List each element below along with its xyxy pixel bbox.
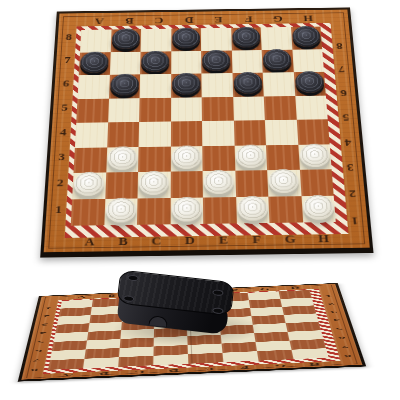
- folded-square: [188, 353, 223, 364]
- square-f1[interactable]: [236, 196, 270, 223]
- square-d4[interactable]: [170, 121, 202, 146]
- coordinate-label: B: [114, 15, 144, 26]
- coordinate-label: 3: [345, 148, 354, 174]
- square-b2[interactable]: [105, 172, 138, 198]
- coordinate-label: 4: [59, 126, 67, 151]
- square-d5[interactable]: [171, 97, 202, 122]
- square-f8[interactable]: [231, 27, 262, 50]
- square-e1[interactable]: [203, 197, 236, 224]
- coordinate-label: 8: [31, 362, 40, 372]
- square-g7[interactable]: [262, 49, 294, 72]
- square-b1[interactable]: [104, 198, 138, 225]
- square-h8[interactable]: [291, 27, 323, 50]
- square-g5[interactable]: [264, 96, 297, 121]
- square-e7[interactable]: [201, 50, 232, 73]
- square-c8[interactable]: [141, 29, 171, 52]
- black-checker-d8[interactable]: [172, 28, 200, 49]
- white-checker-f3[interactable]: [235, 144, 265, 168]
- case-thumb-notch: [148, 315, 168, 327]
- square-d8[interactable]: [171, 28, 201, 51]
- black-checker-f8[interactable]: [232, 27, 260, 48]
- coordinate-label: G: [263, 13, 293, 24]
- square-b4[interactable]: [107, 122, 139, 147]
- coordinate-label: 6: [35, 344, 44, 353]
- white-checker-b1[interactable]: [105, 197, 136, 222]
- coordinate-label: 5: [60, 102, 68, 127]
- square-c5[interactable]: [139, 97, 171, 122]
- black-checker-b8[interactable]: [112, 28, 140, 49]
- square-h3[interactable]: [298, 144, 332, 170]
- square-g6[interactable]: [263, 72, 295, 96]
- white-checker-h3[interactable]: [299, 143, 330, 167]
- black-checker-a7[interactable]: [80, 51, 109, 72]
- square-a2[interactable]: [72, 172, 106, 199]
- coordinate-label: 8: [65, 32, 73, 55]
- coordinate-label: C: [144, 15, 174, 26]
- coordinate-label: 7: [63, 55, 71, 78]
- square-c1[interactable]: [137, 198, 170, 225]
- square-d7[interactable]: [171, 51, 202, 74]
- square-e6[interactable]: [201, 73, 232, 97]
- stripe-frame: [65, 23, 349, 238]
- black-checker-f6[interactable]: [233, 72, 262, 94]
- square-a8[interactable]: [80, 30, 111, 53]
- coordinate-label: H: [292, 13, 323, 24]
- square-e2[interactable]: [203, 171, 236, 197]
- product-photo-stage: ABCDEFGH ABCDEFGH 87654321 87654321 ABCD…: [0, 0, 400, 400]
- white-checker-b3[interactable]: [107, 146, 137, 170]
- main-checkers-board: ABCDEFGH ABCDEFGH 87654321 87654321: [40, 7, 373, 257]
- square-d6[interactable]: [171, 73, 202, 97]
- white-checker-f1[interactable]: [237, 195, 268, 220]
- square-a6[interactable]: [77, 75, 109, 99]
- square-h6[interactable]: [293, 72, 325, 96]
- coordinate-label: 4: [39, 326, 47, 335]
- square-f7[interactable]: [231, 50, 262, 73]
- square-f5[interactable]: [233, 96, 265, 121]
- coordinate-label: 4: [343, 122, 352, 147]
- white-checker-g2[interactable]: [268, 169, 299, 193]
- coordinate-label: 7: [337, 51, 345, 74]
- black-checker-e7[interactable]: [202, 49, 230, 70]
- square-h2[interactable]: [299, 169, 333, 195]
- black-checker-b6[interactable]: [110, 74, 139, 96]
- coordinate-label: E: [203, 14, 233, 25]
- square-c3[interactable]: [138, 146, 170, 172]
- square-f2[interactable]: [235, 170, 268, 196]
- square-a1[interactable]: [71, 199, 105, 226]
- coordinate-label: 7: [33, 353, 42, 363]
- folded-square: [153, 354, 188, 365]
- black-checker-g7[interactable]: [263, 49, 292, 70]
- folded-square: [83, 357, 119, 368]
- square-b6[interactable]: [109, 74, 141, 98]
- coordinate-label: 3: [57, 152, 65, 178]
- square-g2[interactable]: [267, 170, 301, 196]
- square-b5[interactable]: [108, 98, 140, 123]
- coordinate-label: 5: [334, 322, 343, 331]
- square-e3[interactable]: [202, 145, 235, 171]
- coordinate-label: 4: [332, 314, 341, 323]
- coordinate-label: 2: [55, 177, 63, 204]
- square-c4[interactable]: [139, 121, 171, 146]
- coordinate-label: D: [174, 14, 204, 25]
- coordinate-label: A: [84, 16, 114, 27]
- square-a4[interactable]: [75, 122, 108, 147]
- square-f6[interactable]: [232, 73, 264, 97]
- folded-square: [292, 348, 329, 359]
- coordinate-label: 7: [340, 339, 350, 348]
- square-g4[interactable]: [265, 120, 298, 145]
- coordinate-label: 2: [348, 173, 357, 200]
- square-b8[interactable]: [110, 29, 141, 52]
- square-a5[interactable]: [76, 98, 108, 123]
- folded-square: [48, 359, 84, 370]
- coordinate-label: F: [233, 13, 263, 24]
- square-g3[interactable]: [266, 144, 299, 170]
- folded-square: [118, 356, 153, 367]
- black-checker-h8[interactable]: [292, 26, 321, 47]
- case-foot-icon: [212, 289, 224, 296]
- black-checker-c7[interactable]: [141, 50, 169, 71]
- coordinate-label: 1: [350, 200, 359, 227]
- square-c2[interactable]: [138, 172, 171, 198]
- square-g8[interactable]: [261, 27, 292, 50]
- square-a7[interactable]: [79, 52, 111, 75]
- white-checker-d1[interactable]: [171, 196, 201, 221]
- folded-square: [257, 350, 294, 361]
- coordinate-label: 8: [335, 28, 343, 51]
- coordinate-label: 5: [37, 335, 46, 344]
- coordinate-label: 6: [339, 74, 347, 98]
- square-b3[interactable]: [106, 147, 139, 173]
- white-checker-e2[interactable]: [204, 170, 234, 194]
- white-checker-d3[interactable]: [172, 145, 202, 169]
- white-checker-h1[interactable]: [302, 194, 334, 219]
- square-g1[interactable]: [268, 196, 302, 223]
- folded-square: [222, 351, 258, 362]
- square-h4[interactable]: [296, 119, 329, 144]
- square-f3[interactable]: [234, 145, 267, 171]
- case-foot-icon: [212, 307, 224, 314]
- coordinate-label: 6: [62, 78, 70, 102]
- black-checker-h6[interactable]: [295, 71, 325, 93]
- square-c6[interactable]: [140, 74, 171, 98]
- square-e5[interactable]: [202, 97, 234, 122]
- square-h5[interactable]: [295, 95, 328, 119]
- square-f4[interactable]: [233, 120, 266, 145]
- coordinate-label: 8: [342, 349, 352, 359]
- black-checker-d6[interactable]: [172, 73, 201, 95]
- square-d1[interactable]: [170, 197, 203, 224]
- square-a3[interactable]: [74, 147, 107, 173]
- white-checker-a2[interactable]: [74, 172, 105, 196]
- square-d3[interactable]: [170, 146, 202, 172]
- square-e8[interactable]: [201, 28, 232, 51]
- square-b7[interactable]: [109, 51, 140, 74]
- square-h7[interactable]: [292, 49, 324, 72]
- square-e4[interactable]: [202, 121, 234, 146]
- coordinate-label: 5: [341, 98, 350, 123]
- square-d2[interactable]: [170, 171, 203, 197]
- square-c7[interactable]: [140, 51, 171, 74]
- square-h1[interactable]: [301, 195, 336, 222]
- coordinate-label: 6: [337, 331, 346, 340]
- main-board-grid: [71, 26, 342, 225]
- case-foot-icon: [123, 295, 135, 302]
- coordinate-label: 1: [54, 204, 62, 231]
- white-checker-c2[interactable]: [139, 171, 169, 195]
- case-foot-icon: [127, 274, 139, 281]
